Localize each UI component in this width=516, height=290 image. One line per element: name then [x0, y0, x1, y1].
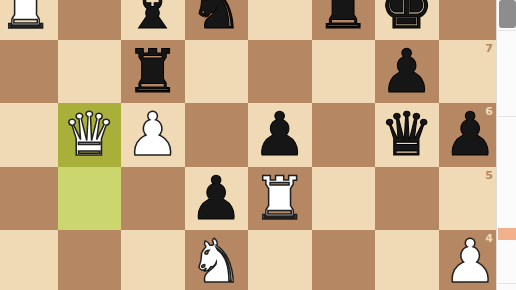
square-e8[interactable] [248, 0, 312, 40]
square-f6[interactable] [312, 103, 376, 167]
black-pawn[interactable]: ♟ [253, 103, 307, 167]
white-rook[interactable]: ♜ [253, 167, 307, 231]
square-c6[interactable]: ♟ [121, 103, 185, 167]
square-a6[interactable] [0, 103, 58, 167]
black-king[interactable]: ♚ [380, 0, 434, 40]
square-f8[interactable]: ♜ [312, 0, 376, 40]
square-h4[interactable]: ♟4 [439, 230, 503, 290]
rank-label-5: 5 [485, 169, 493, 183]
page-scrollbar[interactable] [496, 0, 516, 290]
square-c7[interactable]: ♜ [121, 40, 185, 104]
square-g7[interactable]: ♟ [375, 40, 439, 104]
square-e5[interactable]: ♜ [248, 167, 312, 231]
square-b6[interactable]: ♛ [58, 103, 122, 167]
chess-board: ♜♝♞♜♚♜♟7♛♟♟♛♟6♟♜5♞♟4 [0, 0, 502, 290]
square-a4[interactable] [0, 230, 58, 290]
scrollbar-thumb[interactable] [499, 0, 516, 28]
square-g5[interactable] [375, 167, 439, 231]
square-a5[interactable] [0, 167, 58, 231]
rank-label-4: 4 [485, 232, 493, 246]
white-rook[interactable]: ♜ [0, 0, 53, 40]
black-knight[interactable]: ♞ [189, 0, 243, 40]
square-e7[interactable] [248, 40, 312, 104]
black-queen[interactable]: ♛ [380, 103, 434, 167]
black-pawn[interactable]: ♟ [189, 167, 243, 231]
scrollbar-divider [498, 30, 516, 31]
square-c5[interactable] [121, 167, 185, 231]
square-b5[interactable] [58, 167, 122, 231]
black-rook[interactable]: ♜ [316, 0, 370, 40]
scrollbar-divider [498, 116, 516, 117]
rank-label-7: 7 [485, 42, 493, 56]
black-bishop[interactable]: ♝ [126, 0, 180, 40]
square-f4[interactable] [312, 230, 376, 290]
square-g6[interactable]: ♛ [375, 103, 439, 167]
square-g4[interactable] [375, 230, 439, 290]
square-b8[interactable] [58, 0, 122, 40]
square-b7[interactable] [58, 40, 122, 104]
square-b4[interactable] [58, 230, 122, 290]
square-d7[interactable] [185, 40, 249, 104]
square-a7[interactable] [0, 40, 58, 104]
square-h6[interactable]: ♟6 [439, 103, 503, 167]
chess-app-viewport: ♜♝♞♜♚♜♟7♛♟♟♛♟6♟♜5♞♟4 [0, 0, 516, 290]
square-g8[interactable]: ♚ [375, 0, 439, 40]
square-c8[interactable]: ♝ [121, 0, 185, 40]
white-pawn[interactable]: ♟ [126, 103, 180, 167]
square-e6[interactable]: ♟ [248, 103, 312, 167]
white-knight[interactable]: ♞ [189, 230, 243, 290]
square-f7[interactable] [312, 40, 376, 104]
black-pawn[interactable]: ♟ [380, 40, 434, 104]
scrollbar-orange-marker [498, 228, 516, 240]
square-d5[interactable]: ♟ [185, 167, 249, 231]
white-queen[interactable]: ♛ [62, 103, 116, 167]
square-h5[interactable]: 5 [439, 167, 503, 231]
square-e4[interactable] [248, 230, 312, 290]
square-h8[interactable] [439, 0, 503, 40]
scrollbar-divider [498, 283, 516, 284]
square-c4[interactable] [121, 230, 185, 290]
rank-label-6: 6 [485, 105, 493, 119]
square-f5[interactable] [312, 167, 376, 231]
square-a8[interactable]: ♜ [0, 0, 58, 40]
square-h7[interactable]: 7 [439, 40, 503, 104]
square-d6[interactable] [185, 103, 249, 167]
square-d4[interactable]: ♞ [185, 230, 249, 290]
square-d8[interactable]: ♞ [185, 0, 249, 40]
black-rook[interactable]: ♜ [126, 40, 180, 104]
